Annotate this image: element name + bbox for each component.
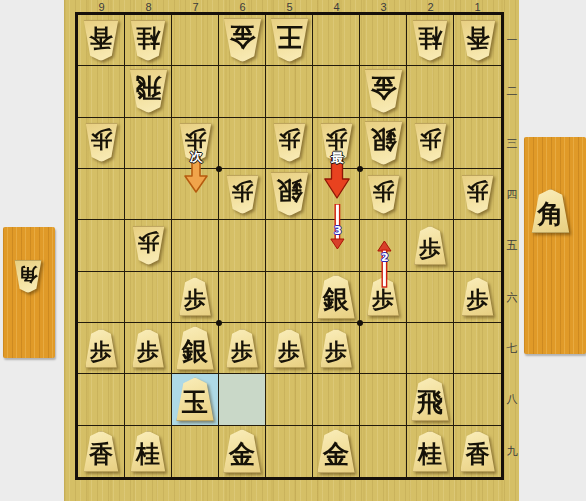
piece-6四: 歩 (226, 175, 259, 214)
piece-5四: 銀 (270, 172, 309, 216)
square-7八[interactable]: 玉 (172, 374, 219, 425)
square-7九[interactable] (172, 426, 219, 477)
square-3二[interactable]: 金 (360, 66, 407, 117)
variation-2-arrow (377, 240, 392, 288)
square-8七[interactable]: 歩 (125, 323, 172, 374)
piece-kanji: 桂 (418, 437, 442, 466)
piece-6九: 金 (223, 429, 262, 473)
square-4八[interactable] (313, 374, 360, 425)
piece-7八: 玉 (176, 377, 215, 421)
square-7七[interactable]: 銀 (172, 323, 219, 374)
piece-kanji: 歩 (184, 283, 206, 310)
square-2四[interactable] (407, 169, 454, 220)
star-point (357, 166, 363, 172)
piece-kanji: 歩 (278, 129, 300, 156)
square-9二[interactable] (78, 66, 125, 117)
piece-kanji: 角 (538, 196, 564, 227)
piece-kanji: 銀 (182, 333, 208, 364)
piece-8二: 飛 (129, 69, 168, 113)
piece-kanji: 歩 (231, 335, 253, 362)
piece-2三: 歩 (414, 123, 447, 162)
piece-5一: 王 (270, 18, 309, 62)
square-6六[interactable] (219, 272, 266, 323)
square-6二[interactable] (219, 66, 266, 117)
square-6一[interactable]: 金 (219, 15, 266, 66)
square-2七[interactable] (407, 323, 454, 374)
piece-kanji: 銀 (276, 179, 302, 210)
square-8五[interactable]: 歩 (125, 220, 172, 271)
square-8二[interactable]: 飛 (125, 66, 172, 117)
piece-kanji: 香 (466, 26, 490, 55)
square-2二[interactable] (407, 66, 454, 117)
square-2五[interactable]: 歩 (407, 220, 454, 271)
piece-9九: 香 (83, 431, 119, 472)
piece-5三: 歩 (273, 123, 306, 162)
piece-kanji: 王 (276, 25, 302, 56)
piece-kanji: 歩 (325, 335, 347, 362)
piece-4七: 歩 (320, 329, 353, 368)
square-2三[interactable]: 歩 (407, 118, 454, 169)
piece-kanji: 歩 (90, 335, 112, 362)
square-8一[interactable]: 桂 (125, 15, 172, 66)
square-5一[interactable]: 王 (266, 15, 313, 66)
rank-label-9: 九 (504, 426, 520, 477)
square-8四[interactable] (125, 169, 172, 220)
piece-1一: 香 (460, 20, 496, 61)
piece-3二: 金 (364, 69, 403, 113)
square-3一[interactable] (360, 15, 407, 66)
square-1三[interactable] (454, 118, 501, 169)
piece-9一: 香 (83, 20, 119, 61)
square-3八[interactable] (360, 374, 407, 425)
shogi-app: 987654321 一二三四五六七八九 香桂金王桂香飛金歩歩歩歩銀歩歩銀歩歩歩歩… (0, 0, 586, 501)
rank-label-5: 五 (504, 220, 520, 271)
square-5七[interactable]: 歩 (266, 323, 313, 374)
piece-6一: 金 (223, 18, 262, 62)
square-9九[interactable]: 香 (78, 426, 125, 477)
piece-kanji: 歩 (90, 129, 112, 156)
square-2六[interactable] (407, 272, 454, 323)
square-7五[interactable] (172, 220, 219, 271)
square-1五[interactable] (454, 220, 501, 271)
square-6九[interactable]: 金 (219, 426, 266, 477)
square-8六[interactable] (125, 272, 172, 323)
piece-6七: 歩 (226, 329, 259, 368)
star-point (216, 320, 222, 326)
square-7一[interactable] (172, 15, 219, 66)
piece-2五: 歩 (414, 226, 447, 265)
square-7二[interactable] (172, 66, 219, 117)
piece-8一: 桂 (130, 20, 166, 61)
square-2一[interactable]: 桂 (407, 15, 454, 66)
next-move-label: 次 (190, 148, 203, 166)
square-5九[interactable] (266, 426, 313, 477)
square-6五[interactable] (219, 220, 266, 271)
piece-8七: 歩 (132, 329, 165, 368)
piece-kanji: 歩 (372, 181, 394, 208)
gote-piece-stand: 角 (3, 227, 55, 358)
piece-9七: 歩 (85, 329, 118, 368)
square-6四[interactable]: 歩 (219, 169, 266, 220)
piece-kanji: 歩 (137, 335, 159, 362)
square-5八[interactable] (266, 374, 313, 425)
piece-kanji: 角 (19, 266, 38, 288)
square-9四[interactable] (78, 169, 125, 220)
piece-kanji: 金 (323, 436, 349, 467)
piece-kanji: 歩 (467, 181, 489, 208)
piece-kanji: 銀 (370, 127, 396, 158)
square-3九[interactable] (360, 426, 407, 477)
square-4六[interactable]: 銀 (313, 272, 360, 323)
piece-1六: 歩 (461, 277, 494, 316)
square-1四[interactable]: 歩 (454, 169, 501, 220)
variation-2-label: 2 (381, 251, 389, 264)
piece-3四: 歩 (367, 175, 400, 214)
square-9六[interactable] (78, 272, 125, 323)
best-move-label: 最 (331, 149, 344, 167)
piece-kanji: 香 (89, 26, 113, 55)
square-9三[interactable]: 歩 (78, 118, 125, 169)
piece-8九: 桂 (130, 431, 166, 472)
square-1九[interactable]: 香 (454, 426, 501, 477)
piece-kanji: 玉 (182, 384, 208, 415)
square-9八[interactable] (78, 374, 125, 425)
rank-label-8: 八 (504, 374, 520, 425)
square-3四[interactable]: 歩 (360, 169, 407, 220)
square-8八[interactable] (125, 374, 172, 425)
piece-kanji: 桂 (136, 437, 160, 466)
piece-7六: 歩 (179, 277, 212, 316)
piece-5七: 歩 (273, 329, 306, 368)
square-4二[interactable] (313, 66, 360, 117)
rank-label-6: 六 (504, 272, 520, 323)
piece-kanji: 銀 (323, 281, 349, 312)
square-6七[interactable]: 歩 (219, 323, 266, 374)
square-5三[interactable]: 歩 (266, 118, 313, 169)
star-point (216, 166, 222, 172)
variation-3-label: 3 (334, 224, 342, 237)
square-3三[interactable]: 銀 (360, 118, 407, 169)
square-1二[interactable] (454, 66, 501, 117)
square-2八[interactable]: 飛 (407, 374, 454, 425)
square-1八[interactable] (454, 374, 501, 425)
rank-label-2: 二 (504, 66, 520, 117)
piece-kanji: 金 (229, 436, 255, 467)
square-9一[interactable]: 香 (78, 15, 125, 66)
piece-kanji: 金 (370, 76, 396, 107)
piece-4九: 金 (317, 429, 356, 473)
square-2九[interactable]: 桂 (407, 426, 454, 477)
piece-8五: 歩 (132, 226, 165, 265)
piece-kanji: 歩 (137, 232, 159, 259)
piece-kanji: 金 (229, 25, 255, 56)
piece-kanji: 歩 (419, 232, 441, 259)
square-4一[interactable] (313, 15, 360, 66)
rank-label-4: 四 (504, 169, 520, 220)
square-4七[interactable]: 歩 (313, 323, 360, 374)
sente-piece-stand: 角 (524, 137, 586, 354)
piece-kanji: 飛 (135, 76, 161, 107)
piece-9三: 歩 (85, 123, 118, 162)
piece-7七: 銀 (176, 326, 215, 370)
piece-2九: 桂 (412, 431, 448, 472)
rank-label-3: 三 (504, 118, 520, 169)
square-4九[interactable]: 金 (313, 426, 360, 477)
square-8三[interactable] (125, 118, 172, 169)
piece-kanji: 歩 (467, 283, 489, 310)
piece-kanji: 香 (466, 437, 490, 466)
piece-2一: 桂 (412, 20, 448, 61)
square-3七[interactable] (360, 323, 407, 374)
piece-1九: 香 (460, 431, 496, 472)
piece-2八: 飛 (411, 377, 450, 421)
piece-1四: 歩 (461, 175, 494, 214)
square-5二[interactable] (266, 66, 313, 117)
square-8九[interactable]: 桂 (125, 426, 172, 477)
square-9五[interactable] (78, 220, 125, 271)
board-grid: 香桂金王桂香飛金歩歩歩歩銀歩歩銀歩歩歩歩歩銀歩歩歩歩銀歩歩歩玉飛香桂金金桂香 (75, 12, 504, 480)
rank-label-1: 一 (504, 15, 520, 66)
piece-3三: 銀 (364, 121, 403, 165)
piece-4六: 銀 (317, 275, 356, 319)
sente-hand-角: 角 (531, 189, 570, 233)
piece-kanji: 歩 (278, 335, 300, 362)
piece-kanji: 飛 (417, 384, 443, 415)
square-5四[interactable]: 銀 (266, 169, 313, 220)
gote-hand-角: 角 (14, 260, 42, 293)
square-6八[interactable] (219, 374, 266, 425)
piece-kanji: 香 (89, 437, 113, 466)
square-1七[interactable] (454, 323, 501, 374)
square-9七[interactable]: 歩 (78, 323, 125, 374)
piece-kanji: 歩 (231, 181, 253, 208)
piece-kanji: 桂 (136, 26, 160, 55)
piece-kanji: 桂 (418, 26, 442, 55)
square-1六[interactable]: 歩 (454, 272, 501, 323)
rank-label-7: 七 (504, 323, 520, 374)
square-7六[interactable]: 歩 (172, 272, 219, 323)
square-5六[interactable] (266, 272, 313, 323)
piece-kanji: 歩 (419, 129, 441, 156)
star-point (357, 320, 363, 326)
square-1一[interactable]: 香 (454, 15, 501, 66)
square-6三[interactable] (219, 118, 266, 169)
square-5五[interactable] (266, 220, 313, 271)
